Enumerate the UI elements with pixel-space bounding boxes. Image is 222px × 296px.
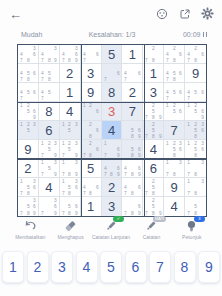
cell-r8c7[interactable]: 2578 bbox=[143, 178, 164, 197]
cell-r2c3[interactable]: 2 bbox=[60, 64, 81, 83]
cell-r2c5[interactable]: 67 bbox=[102, 64, 123, 83]
digit: 1 bbox=[150, 66, 157, 81]
cell-r6c9[interactable]: 123568 bbox=[185, 140, 206, 159]
cell-r3c9[interactable]: 4567 bbox=[185, 83, 206, 102]
cell-r9c6[interactable]: 6789 bbox=[122, 197, 143, 216]
cell-r6c4[interactable]: 2678 bbox=[81, 140, 102, 159]
cell-r1c2[interactable]: 34789 bbox=[39, 45, 60, 64]
pause-icon[interactable] bbox=[203, 32, 208, 37]
pencil-marks: 1235 bbox=[60, 121, 80, 139]
cell-r5c5[interactable]: 4 bbox=[102, 121, 123, 140]
pencil-marks: 467 bbox=[81, 45, 101, 63]
digit: 3 bbox=[108, 199, 115, 214]
pencil-marks: 56789 bbox=[60, 197, 80, 216]
cell-r2c6[interactable]: 467 bbox=[122, 64, 143, 83]
pencil-marks: 2678 bbox=[81, 140, 101, 158]
number-pad: 1 2 3 4 5 6 7 8 9 bbox=[2, 251, 220, 283]
notes-label: Catatan bbox=[143, 234, 161, 240]
pencil-marks: 12569 bbox=[185, 102, 206, 120]
cell-r4c5[interactable]: 3 bbox=[102, 102, 123, 121]
undo-button[interactable]: Membatalkan bbox=[10, 219, 50, 245]
pencil-marks: 1256 bbox=[164, 102, 184, 120]
top-bar: ← bbox=[0, 4, 222, 26]
cell-r9c9[interactable]: 578 bbox=[185, 197, 206, 216]
cell-r4c8[interactable]: 1256 bbox=[164, 102, 185, 121]
cell-r7c8[interactable]: 1378 bbox=[164, 159, 185, 178]
digit: 1 bbox=[87, 199, 94, 214]
box-line-vertical bbox=[81, 45, 82, 216]
digit: 5 bbox=[108, 47, 115, 62]
cell-r8c4[interactable]: 4678 bbox=[81, 178, 102, 197]
cell-r1c3[interactable]: 346789 bbox=[60, 45, 81, 64]
hint-button[interactable]: 3 Petunjuk bbox=[172, 219, 212, 245]
undo-icon bbox=[23, 219, 37, 232]
cell-r2c1[interactable]: 45678 bbox=[18, 64, 39, 83]
cell-r6c2[interactable]: 123579 bbox=[39, 140, 60, 159]
cell-r1c7[interactable]: 278 bbox=[143, 45, 164, 64]
cell-r6c3[interactable]: 123579 bbox=[60, 140, 81, 159]
share-export-icon[interactable] bbox=[178, 7, 191, 20]
cell-r7c5[interactable]: 46789 bbox=[102, 159, 123, 178]
digit: 8 bbox=[108, 85, 115, 100]
pencil-marks: 268 bbox=[81, 121, 101, 139]
digit: 4 bbox=[66, 104, 73, 119]
digit: 4 bbox=[171, 199, 178, 214]
pencil-marks: 4567 bbox=[18, 83, 38, 101]
cell-r5c8[interactable]: 7 bbox=[164, 121, 185, 140]
cell-r8c6[interactable]: 4678 bbox=[122, 178, 143, 197]
pencil-marks: 45678 bbox=[164, 64, 184, 82]
digit: 2 bbox=[108, 180, 115, 195]
cell-r4c6[interactable]: 7 bbox=[122, 102, 143, 121]
cell-r2c4[interactable]: 3 bbox=[81, 64, 102, 83]
pencil-marks: 3679 bbox=[39, 197, 59, 216]
cell-r1c5[interactable]: 5 bbox=[102, 45, 123, 64]
box-line-horizontal bbox=[18, 158, 206, 159]
cell-r4c3[interactable]: 4 bbox=[60, 102, 81, 121]
pencil-marks: 13579 bbox=[39, 159, 59, 177]
advanced-notes-badge: ✓ bbox=[113, 216, 124, 222]
numpad-4[interactable]: 4 bbox=[76, 251, 98, 283]
pencil-marks: 1235 bbox=[18, 121, 38, 139]
cell-r3c3[interactable]: 1 bbox=[60, 83, 81, 102]
cell-r5c7[interactable]: 25789 bbox=[143, 121, 164, 140]
digit: 3 bbox=[108, 104, 115, 119]
hint-label: Petunjuk bbox=[182, 234, 201, 240]
cell-r3c5[interactable]: 8 bbox=[102, 83, 123, 102]
mistakes-counter: Kesalahan: 1/3 bbox=[17, 31, 207, 38]
box-line-horizontal bbox=[18, 102, 206, 103]
erase-button[interactable]: Menghapus bbox=[50, 219, 90, 245]
pencil-marks: 12569 bbox=[18, 102, 38, 120]
cell-r9c5[interactable]: 3 bbox=[102, 197, 123, 216]
cell-r8c3[interactable]: 135678 bbox=[60, 178, 81, 197]
digit: 6 bbox=[150, 161, 157, 176]
pencil-marks: 2578 bbox=[143, 178, 163, 196]
eraser-icon bbox=[64, 219, 78, 232]
cell-r7c3[interactable]: 13789 bbox=[60, 159, 81, 178]
pencil-marks: 123568 bbox=[164, 140, 184, 158]
cell-r3c1[interactable]: 4567 bbox=[18, 83, 39, 102]
cell-r4c4[interactable]: 126 bbox=[81, 102, 102, 121]
cell-r4c2[interactable]: 8 bbox=[39, 102, 60, 121]
cell-r7c1[interactable]: 2 bbox=[18, 159, 39, 178]
digit: 9 bbox=[87, 85, 94, 100]
cell-r7c4[interactable]: 5 bbox=[81, 159, 102, 178]
pencil-marks: 123568 bbox=[185, 140, 206, 158]
digit: 9 bbox=[24, 142, 31, 157]
numpad-5[interactable]: 5 bbox=[100, 251, 122, 283]
timer: 00:09 bbox=[183, 31, 201, 38]
digit: 2 bbox=[129, 85, 136, 100]
pencil-marks: 4678 bbox=[122, 178, 142, 196]
pencil-marks: 46789 bbox=[102, 159, 122, 177]
cell-r6c8[interactable]: 123568 bbox=[164, 140, 185, 159]
bulb-icon: 3 bbox=[185, 219, 199, 232]
digit: 7 bbox=[129, 104, 136, 119]
pencil-marks: 4678 bbox=[81, 178, 101, 196]
pencil-marks: 6789 bbox=[122, 197, 142, 216]
pencil-marks: 24678 bbox=[164, 45, 184, 63]
cell-r2c2[interactable]: 4578 bbox=[39, 64, 60, 83]
pencil-marks: 25789 bbox=[143, 121, 163, 139]
cell-r8c2[interactable]: 4 bbox=[39, 178, 60, 197]
digit: 7 bbox=[171, 123, 178, 138]
hint-badge: 3 bbox=[194, 216, 205, 222]
pencil-marks: 4567 bbox=[185, 83, 206, 101]
digit: 4 bbox=[150, 142, 157, 157]
cell-r7c6[interactable]: 46789 bbox=[122, 159, 143, 178]
sudoku-app: ← Mudah Kesalahan: 1/3 00:09 34678347893… bbox=[0, 0, 222, 296]
box-line-vertical bbox=[144, 45, 145, 216]
digit: 2 bbox=[66, 66, 73, 81]
cell-r3c6[interactable]: 2 bbox=[122, 83, 143, 102]
cell-r9c8[interactable]: 4 bbox=[164, 197, 185, 216]
pencil-marks: 578 bbox=[185, 197, 206, 216]
numpad-1[interactable]: 1 bbox=[2, 251, 24, 283]
numpad-6[interactable]: 6 bbox=[125, 251, 147, 283]
numpad-9[interactable]: 9 bbox=[198, 251, 220, 283]
pencil-marks: 1378 bbox=[185, 178, 206, 196]
pencil-marks: 24678 bbox=[185, 45, 206, 63]
digit: 2 bbox=[24, 161, 31, 176]
cell-r5c2[interactable]: 6 bbox=[39, 121, 60, 140]
pencil-marks: 457 bbox=[39, 83, 59, 101]
digit: 1 bbox=[66, 85, 73, 100]
cell-r5c6[interactable]: 5689 bbox=[122, 121, 143, 140]
digit: 6 bbox=[45, 123, 52, 138]
cell-r3c2[interactable]: 457 bbox=[39, 83, 60, 102]
pencil-marks: 34789 bbox=[39, 45, 59, 63]
pencil-marks: 46789 bbox=[122, 159, 142, 177]
pencil-marks: 467 bbox=[122, 64, 142, 82]
cell-r9c4[interactable]: 1 bbox=[81, 197, 102, 216]
back-button[interactable]: ← bbox=[9, 7, 22, 22]
cell-r4c1[interactable]: 12569 bbox=[18, 102, 39, 121]
cell-r5c1[interactable]: 1235 bbox=[18, 121, 39, 140]
cell-r6c5[interactable]: 1679 bbox=[102, 140, 123, 159]
cell-r8c9[interactable]: 1378 bbox=[185, 178, 206, 197]
cell-r9c7[interactable]: 25789 bbox=[143, 197, 164, 216]
erase-label: Menghapus bbox=[58, 234, 84, 240]
digit: 4 bbox=[45, 180, 52, 195]
cell-r9c3[interactable]: 56789 bbox=[60, 197, 81, 216]
pencil-marks: 278 bbox=[143, 45, 163, 63]
settings-gear-icon[interactable] bbox=[201, 7, 214, 20]
pencil-marks: 126 bbox=[81, 102, 101, 120]
pencil-marks: 5689 bbox=[122, 121, 142, 139]
cell-r6c6[interactable]: 5689 bbox=[122, 140, 143, 159]
digit: 5 bbox=[87, 161, 94, 176]
cell-r5c9[interactable]: 123568 bbox=[185, 121, 206, 140]
sudoku-grid: 3467834789346789467512782467824678456784… bbox=[17, 44, 207, 217]
cell-r7c2[interactable]: 13579 bbox=[39, 159, 60, 178]
cell-r3c4[interactable]: 9 bbox=[81, 83, 102, 102]
cell-r4c7[interactable]: 25789 bbox=[143, 102, 164, 121]
cell-r1c8[interactable]: 24678 bbox=[164, 45, 185, 64]
cell-r5c4[interactable]: 268 bbox=[81, 121, 102, 140]
cell-r1c6[interactable]: 1 bbox=[122, 45, 143, 64]
pencil-marks: 25789 bbox=[143, 197, 163, 216]
advanced-notes-toggle[interactable]: ✓ Catatan Lanjutan bbox=[91, 219, 131, 245]
pencil-marks: 346789 bbox=[60, 45, 80, 63]
pencil-marks: 135678 bbox=[18, 178, 38, 196]
pencil-marks: 1378 bbox=[164, 159, 184, 177]
digit: 3 bbox=[150, 85, 157, 100]
pencil-marks: 1679 bbox=[102, 140, 122, 158]
pencil-marks: 123568 bbox=[185, 121, 206, 139]
pencil-marks: 4567 bbox=[164, 83, 184, 101]
cell-r1c4[interactable]: 467 bbox=[81, 45, 102, 64]
notes-badge: MATI bbox=[153, 216, 165, 222]
cell-r1c9[interactable]: 24678 bbox=[185, 45, 206, 64]
cell-r4c9[interactable]: 12569 bbox=[185, 102, 206, 121]
pencil-marks: 5689 bbox=[122, 140, 142, 158]
pencil-marks: 25789 bbox=[143, 102, 163, 120]
pencil-icon: MATI bbox=[144, 219, 158, 232]
pencil-marks: 123579 bbox=[60, 140, 80, 158]
advanced-notes-label: Catatan Lanjutan bbox=[92, 234, 130, 240]
cell-r7c7[interactable]: 6 bbox=[143, 159, 164, 178]
cell-r2c8[interactable]: 45678 bbox=[164, 64, 185, 83]
pencil-marks: 135678 bbox=[60, 178, 80, 196]
pencil-marks: 13789 bbox=[60, 159, 80, 177]
cell-r6c7[interactable]: 4 bbox=[143, 140, 164, 159]
pencil-marks: 1378 bbox=[185, 159, 206, 177]
digit: 9 bbox=[171, 180, 178, 195]
cell-r8c8[interactable]: 9 bbox=[164, 178, 185, 197]
numpad-3[interactable]: 3 bbox=[51, 251, 73, 283]
cell-r9c1[interactable]: 356789 bbox=[18, 197, 39, 216]
digit: 8 bbox=[45, 104, 52, 119]
cell-r1c1[interactable]: 34678 bbox=[18, 45, 39, 64]
digit: 1 bbox=[129, 47, 136, 62]
cell-r5c3[interactable]: 1235 bbox=[60, 121, 81, 140]
theme-palette-icon[interactable] bbox=[155, 7, 168, 20]
cell-r3c7[interactable]: 3 bbox=[143, 83, 164, 102]
cell-r2c9[interactable]: 9 bbox=[185, 64, 206, 83]
toolbar: Membatalkan Menghapus ✓ Catatan Lanjutan… bbox=[0, 219, 222, 245]
pencil-marks: 67 bbox=[102, 64, 122, 82]
digit: 3 bbox=[87, 66, 94, 81]
cell-r8c1[interactable]: 135678 bbox=[18, 178, 39, 197]
cell-r8c5[interactable]: 2 bbox=[102, 178, 123, 197]
pencil-marks: 123579 bbox=[39, 140, 59, 158]
notes-toggle[interactable]: MATI Catatan bbox=[131, 219, 171, 245]
cell-r6c1[interactable]: 9 bbox=[18, 140, 39, 159]
cell-r9c2[interactable]: 3679 bbox=[39, 197, 60, 216]
numpad-2[interactable]: 2 bbox=[27, 251, 49, 283]
undo-label: Membatalkan bbox=[15, 234, 45, 240]
cell-r7c9[interactable]: 1378 bbox=[185, 159, 206, 178]
cell-r2c7[interactable]: 1 bbox=[143, 64, 164, 83]
numpad-8[interactable]: 8 bbox=[174, 251, 196, 283]
digit: 9 bbox=[192, 66, 199, 81]
pencil-icon: ✓ bbox=[104, 219, 118, 232]
cell-r3c8[interactable]: 4567 bbox=[164, 83, 185, 102]
digit: 4 bbox=[108, 123, 115, 138]
pencil-marks: 4578 bbox=[39, 64, 59, 82]
numpad-7[interactable]: 7 bbox=[149, 251, 171, 283]
pencil-marks: 356789 bbox=[18, 197, 38, 216]
pencil-marks: 34678 bbox=[18, 45, 38, 63]
pencil-marks: 45678 bbox=[18, 64, 38, 82]
status-row: Mudah Kesalahan: 1/3 00:09 bbox=[17, 31, 207, 41]
